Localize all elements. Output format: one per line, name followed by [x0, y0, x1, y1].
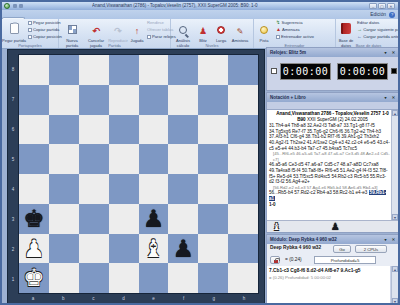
engine-depth-box: Profundidad=5 — [314, 256, 376, 264]
quick-access-icon[interactable] — [13, 4, 17, 8]
group-partida: Nueva partida ↶ Cancelar jugada ↷ Reprod… — [59, 19, 171, 48]
square-h7[interactable] — [228, 85, 258, 115]
file-label-d: d — [108, 293, 138, 304]
chess-board: 87654321 ♚♟♟♝♟♚ abcdefgh — [7, 49, 265, 305]
file-label-a: a — [18, 293, 48, 304]
copiar-partida-item[interactable]: Copiar partida — [28, 26, 59, 33]
square-f6[interactable] — [168, 115, 198, 145]
title-bar: Anand,Viswanathan (2786) - Topalov,Vesel… — [2, 2, 398, 10]
group-base-de-datos: Base de datos Editar datos → Cargar sigu… — [336, 19, 400, 48]
square-c1[interactable] — [79, 263, 109, 293]
square-d7[interactable] — [109, 85, 139, 115]
rank-label-7: 7 — [8, 97, 18, 102]
notation-tabs: Notación Planilla Libro — [267, 102, 398, 110]
notation-body[interactable]: Anand,Viswanathan 2786 - Topalov,Veselin… — [267, 110, 398, 220]
scroll-down-icon[interactable]: ▼ — [392, 298, 398, 304]
engine-eval: = (0.24) — [285, 257, 302, 262]
square-g8[interactable] — [198, 55, 228, 85]
engine-status-row: = (0.24) Profundidad=5 — [267, 255, 398, 266]
checkbox-icon — [276, 35, 280, 39]
square-b2[interactable] — [49, 234, 79, 264]
pencil-icon: ✎ — [237, 27, 244, 36]
square-b3[interactable] — [49, 204, 79, 234]
square-e8[interactable] — [139, 55, 169, 85]
square-a1[interactable]: ♚ — [19, 263, 49, 293]
jugada-button[interactable]: ↑ Jugada — [125, 20, 149, 44]
panel-menu-icon[interactable]: ▾ — [382, 236, 389, 243]
square-c4[interactable] — [79, 174, 109, 204]
pegar-partida-button[interactable]: Pegar partida — [2, 20, 26, 44]
checkbox-icon — [28, 35, 32, 39]
copiar-posicion-item[interactable]: Copiar posición — [28, 33, 62, 40]
magnifier-icon — [179, 26, 187, 34]
square-h5[interactable] — [228, 144, 258, 174]
file-label-h: h — [229, 293, 259, 304]
hint-icon: ↯ — [276, 19, 280, 25]
square-g6[interactable] — [198, 115, 228, 145]
square-d5[interactable] — [109, 144, 139, 174]
square-g7[interactable] — [198, 85, 228, 115]
square-f5[interactable] — [168, 144, 198, 174]
panel-close-icon[interactable]: ✕ — [390, 49, 397, 56]
game-result: 1-0 — [269, 202, 390, 208]
new-board-icon — [68, 25, 77, 34]
square-e4[interactable] — [139, 174, 169, 204]
panel-close-icon[interactable]: ✕ — [390, 236, 397, 243]
square-f7[interactable] — [168, 85, 198, 115]
app-logo-icon[interactable] — [4, 3, 10, 9]
square-b8[interactable] — [49, 55, 79, 85]
square-f8[interactable] — [168, 55, 198, 85]
white-side-indicator — [271, 68, 277, 74]
square-e3[interactable]: ♟ — [139, 204, 169, 234]
checkbox-icon — [28, 21, 32, 25]
pegar-posicion-item[interactable]: Pegar posición — [28, 19, 61, 26]
engine-toolbar: Deep Rybka 4 960 w32 Go 2 CPUs — [267, 244, 398, 255]
panel-close-icon[interactable]: ✕ — [390, 94, 397, 101]
maximize-button[interactable]: ▢ — [378, 3, 386, 9]
ribbon-tab-row: Inicio Insertar Tablero Entrenamiento An… — [2, 10, 398, 19]
black-side-indicator — [391, 68, 397, 74]
clocks-panel: Relojes: Blitz 5m ▾ ✕ 0:00:00 0:00:00 — [266, 47, 399, 91]
move-segment-2[interactable]: 46.a5-a6 Ce3-d5 47.a6-a7 Cd5-c7 48.a7-a8… — [269, 162, 388, 184]
panel-menu-icon[interactable]: ▾ — [382, 94, 389, 101]
clock-icon — [217, 26, 225, 34]
square-d3[interactable] — [109, 204, 139, 234]
square-h4[interactable] — [228, 174, 258, 204]
square-f4[interactable] — [168, 174, 198, 204]
white-king[interactable]: ♚ — [19, 263, 49, 293]
square-c6[interactable] — [79, 115, 109, 145]
rank-label-2: 2 — [8, 247, 18, 252]
group-portapapeles: Pegar partida Pegar posición Copiar part… — [2, 19, 59, 48]
editar-datos-item[interactable]: Editar datos — [357, 19, 379, 26]
engine-panel: Módulo: Deep Rybka 4 960 w32 ▾ ✕ Deep Ry… — [266, 234, 399, 305]
engine-name[interactable]: Deep Rybka 4 960 w32 — [270, 245, 321, 250]
amistosa-button[interactable]: ✎ Amistosa — [230, 20, 250, 44]
square-g1[interactable] — [198, 263, 228, 293]
file-label-g: g — [199, 293, 229, 304]
square-d4[interactable] — [109, 174, 139, 204]
file-label-f: f — [169, 293, 199, 304]
board-squares: ♚♟♟♝♟♚ — [18, 54, 259, 294]
white-bishop[interactable]: ♝ — [139, 234, 169, 264]
close-button[interactable]: ✕ — [387, 3, 395, 9]
square-a3[interactable]: ♚ — [19, 204, 49, 234]
square-d8[interactable] — [109, 55, 139, 85]
game-header: Anand,Viswanathan 2786 - Topalov,Veselin… — [267, 110, 398, 122]
minimize-button[interactable]: ‒ — [369, 3, 377, 9]
file-labels: abcdefgh — [18, 293, 259, 304]
lock-icon[interactable] — [270, 256, 280, 264]
black-clock: 0:00:00 — [337, 63, 388, 80]
square-b5[interactable] — [49, 144, 79, 174]
move-segment-1[interactable]: [45...Rf6-e5 46.a5-a6 Ta7-a8 47.a6-a7 Ce… — [273, 151, 390, 162]
notation-scrollbar[interactable]: ▲ ▼ — [391, 110, 398, 220]
rank-label-4: 4 — [8, 187, 18, 192]
app-window: Anand,Viswanathan (2786) - Topalov,Vesel… — [0, 0, 400, 305]
database-book-icon — [341, 23, 351, 34]
rank-label-1: 1 — [8, 277, 18, 282]
move-segment-4[interactable]: 56...Rb5-b4 57.Rd2-c2 Rb4-a3 58.Rc2-b1 e… — [269, 190, 369, 195]
square-a5[interactable] — [19, 144, 49, 174]
square-a6[interactable] — [19, 115, 49, 145]
engine-scrollbar[interactable]: ▲ ▼ — [391, 266, 398, 304]
up-arrow-icon: ↑ — [135, 26, 140, 36]
square-g2[interactable] — [198, 234, 228, 264]
black-pawn[interactable]: ♟ — [139, 204, 169, 234]
square-a8[interactable] — [19, 55, 49, 85]
move-segment-0[interactable]: 31.Th4-a4 Th8-a8 32.Ae2-f3 Ta8-a7 33.Tg1… — [269, 123, 390, 150]
panel-menu-icon[interactable]: ▾ — [382, 49, 389, 56]
checkbox-icon — [28, 28, 32, 32]
engine-cpus-button[interactable]: 2 CPUs — [355, 245, 387, 253]
larga-button[interactable]: Larga — [212, 20, 230, 44]
ribbon: Pegar partida Pegar posición Copiar part… — [2, 19, 398, 49]
file-label-b: b — [48, 293, 78, 304]
rank-labels: 87654321 — [8, 54, 18, 294]
black-pawn-material-icon: ♟ — [331, 221, 340, 233]
scroll-up-icon[interactable]: ▲ — [392, 266, 398, 272]
square-d6[interactable] — [109, 115, 139, 145]
edit-menu[interactable]: Edición — [370, 10, 386, 19]
rank-label-6: 6 — [8, 127, 18, 132]
scroll-up-icon[interactable]: ▲ — [392, 110, 398, 116]
red-pawn-icon: ♟ — [199, 26, 207, 36]
rendirse-item[interactable]: Rendirse — [147, 19, 164, 26]
sugerencia-item[interactable]: ↯ Sugerencia — [276, 19, 303, 26]
group-niveles: Análisis cálculo ♟ Blitz Larga ✎ Amistos… — [171, 19, 254, 48]
material-balance-bar: ♝ ♟ — [267, 220, 398, 232]
rank-label-3: 3 — [8, 217, 18, 222]
black-king[interactable]: ♚ — [19, 204, 49, 234]
square-b7[interactable] — [49, 85, 79, 115]
square-h1[interactable] — [228, 263, 258, 293]
square-c2[interactable] — [79, 234, 109, 264]
square-b4[interactable] — [49, 174, 79, 204]
white-pawn[interactable]: ♟ — [19, 234, 49, 264]
cargar-siguiente-item[interactable]: → Cargar siguiente partida — [357, 26, 400, 33]
square-c3[interactable] — [79, 204, 109, 234]
white-bishop-material-icon: ♝ — [272, 221, 281, 233]
square-e7[interactable] — [139, 85, 169, 115]
square-b1[interactable] — [49, 263, 79, 293]
black-pawn[interactable]: ♟ — [168, 234, 198, 264]
help-icon[interactable]: ? — [389, 12, 395, 18]
clipboard-icon — [10, 23, 19, 34]
square-a4[interactable] — [19, 174, 49, 204]
square-b6[interactable] — [49, 115, 79, 145]
arrow-left-icon: ← — [357, 33, 362, 39]
square-h2[interactable] — [228, 234, 258, 264]
redo-arrow-icon: ↷ — [114, 26, 122, 36]
rank-label-8: 8 — [8, 67, 18, 72]
square-f1[interactable] — [168, 263, 198, 293]
square-a2[interactable]: ♟ — [19, 234, 49, 264]
square-d2[interactable] — [109, 234, 139, 264]
entrenador-activo-item[interactable]: Entrenador activo — [276, 33, 314, 40]
square-g3[interactable] — [198, 204, 228, 234]
notation-panel-title[interactable]: Notación + Libro ▾ ✕ — [267, 93, 398, 102]
white-clock: 0:00:00 — [280, 63, 331, 80]
file-label-e: e — [139, 293, 169, 304]
square-c5[interactable] — [79, 144, 109, 174]
ofrecer-tablas-item[interactable]: Ofrecer tablas — [147, 26, 173, 33]
engine-variation-area[interactable]: 7.Cb1-c3 Cg8-f6 8.d2-d4 Af8-e7 9.Ac1-g5 … — [267, 266, 390, 304]
square-h3[interactable] — [228, 204, 258, 234]
engine-panel-title[interactable]: Módulo: Deep Rybka 4 960 w32 ▾ ✕ — [267, 235, 398, 244]
file-label-c: c — [78, 293, 108, 304]
square-e2[interactable]: ♝ — [139, 234, 169, 264]
square-e5[interactable] — [139, 144, 169, 174]
square-c8[interactable] — [79, 55, 109, 85]
square-a7[interactable] — [19, 85, 49, 115]
threat-icon: ▲ — [276, 26, 281, 32]
square-c7[interactable] — [79, 85, 109, 115]
clocks-panel-title[interactable]: Relojes: Blitz 5m ▾ ✕ — [267, 48, 398, 57]
pista-button[interactable]: Pista — [255, 20, 273, 44]
notation-panel: Notación + Libro ▾ ✕ Notación Planilla L… — [266, 92, 399, 233]
window-title: Anand,Viswanathan (2786) - Topalov,Vesel… — [92, 3, 312, 8]
rank-label-5: 5 — [8, 157, 18, 162]
square-h6[interactable] — [228, 115, 258, 145]
principal-variation: 7.Cb1-c3 Cg8-f6 8.d2-d4 Af8-e7 9.Ac1-g5 — [267, 266, 390, 274]
move-list[interactable]: 31.Th4-a4 Th8-a8 32.Ae2-f3 Ta8-a7 33.Tg1… — [267, 122, 398, 207]
quick-access-dropdown-icon[interactable] — [19, 4, 23, 8]
square-d1[interactable] — [109, 263, 139, 293]
cargar-anterior-item[interactable]: ← Cargar partida anterior — [357, 33, 400, 40]
amenaza-item[interactable]: ▲ Amenaza — [276, 26, 300, 33]
square-f2[interactable]: ♟ — [168, 234, 198, 264]
square-e1[interactable] — [139, 263, 169, 293]
square-f3[interactable] — [168, 204, 198, 234]
square-g4[interactable] — [198, 174, 228, 204]
engine-status-line: = (0.26) Profundidad: 5 00:00:02 — [267, 274, 390, 281]
square-g5[interactable] — [198, 144, 228, 174]
engine-go-button[interactable]: Go — [333, 245, 351, 253]
arrow-right-icon: → — [357, 26, 362, 32]
square-e6[interactable] — [139, 115, 169, 145]
blitz-button[interactable]: ♟ Blitz — [194, 20, 212, 44]
lightbulb-icon — [260, 26, 268, 34]
square-h8[interactable] — [228, 55, 258, 85]
undo-arrow-icon: ↶ — [92, 26, 100, 36]
checkbox-icon — [147, 35, 151, 39]
group-entrenador: Pista ↯ Sugerencia ▲ Amenaza Entrenador … — [254, 19, 336, 48]
